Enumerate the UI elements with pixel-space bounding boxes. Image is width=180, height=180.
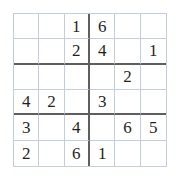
cell-r4c3[interactable]	[65, 90, 90, 115]
sudoku-board: 1624124233465261	[13, 13, 167, 167]
cell-r4c5[interactable]	[115, 90, 140, 115]
cell-r4c1[interactable]: 4	[14, 90, 39, 115]
cell-r5c3[interactable]: 4	[65, 115, 90, 140]
cell-r3c3[interactable]	[65, 65, 90, 90]
cell-r6c5[interactable]	[115, 141, 140, 166]
cell-r3c4[interactable]	[90, 65, 115, 90]
cell-r5c2[interactable]	[39, 115, 64, 140]
cell-r2c5[interactable]	[115, 39, 140, 64]
cell-r5c5[interactable]: 6	[115, 115, 140, 140]
cell-r1c3[interactable]: 1	[65, 14, 90, 39]
cell-r3c5[interactable]: 2	[115, 65, 140, 90]
cell-r2c1[interactable]	[14, 39, 39, 64]
cell-r2c6[interactable]: 1	[141, 39, 166, 64]
cell-r4c6[interactable]	[141, 90, 166, 115]
cell-r1c6[interactable]	[141, 14, 166, 39]
cell-r1c2[interactable]	[39, 14, 64, 39]
cell-r4c2[interactable]: 2	[39, 90, 64, 115]
cell-r3c2[interactable]	[39, 65, 64, 90]
cell-r2c4[interactable]: 4	[90, 39, 115, 64]
cell-r1c1[interactable]	[14, 14, 39, 39]
cell-r5c4[interactable]	[90, 115, 115, 140]
cell-r6c2[interactable]	[39, 141, 64, 166]
cell-r1c5[interactable]	[115, 14, 140, 39]
cell-r1c4[interactable]: 6	[90, 14, 115, 39]
cell-r2c2[interactable]	[39, 39, 64, 64]
cell-r6c3[interactable]: 6	[65, 141, 90, 166]
cell-r3c1[interactable]	[14, 65, 39, 90]
cell-r4c4[interactable]: 3	[90, 90, 115, 115]
cell-r2c3[interactable]: 2	[65, 39, 90, 64]
cell-r3c6[interactable]	[141, 65, 166, 90]
cell-r6c4[interactable]: 1	[90, 141, 115, 166]
cell-r6c6[interactable]	[141, 141, 166, 166]
cell-r5c6[interactable]: 5	[141, 115, 166, 140]
cell-r6c1[interactable]: 2	[14, 141, 39, 166]
cell-r5c1[interactable]: 3	[14, 115, 39, 140]
